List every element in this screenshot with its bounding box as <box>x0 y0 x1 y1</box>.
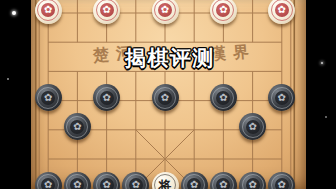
piece-red-hidden-f1r3[interactable]: ✿ <box>35 0 62 24</box>
piece-black-hidden-f7r9[interactable]: ✿ <box>210 172 237 189</box>
dark-rosette-icon: ✿ <box>70 178 84 189</box>
video-artifact-speck <box>12 11 16 15</box>
dark-rosette-icon: ✿ <box>275 178 289 189</box>
piece-black-hidden-f8r7[interactable]: ✿ <box>239 113 266 140</box>
piece-black-hidden-f2r7[interactable]: ✿ <box>64 113 91 140</box>
red-rosette-icon: ✿ <box>41 3 55 17</box>
piece-black-general-f5r9[interactable]: 将 <box>152 172 179 189</box>
piece-black-hidden-f8r9[interactable]: ✿ <box>239 172 266 189</box>
piece-red-hidden-f5r3[interactable]: ✿ <box>152 0 179 24</box>
red-rosette-icon: ✿ <box>100 3 114 17</box>
piece-black-hidden-f4r9[interactable]: ✿ <box>122 172 149 189</box>
dark-rosette-icon: ✿ <box>100 178 114 189</box>
dark-rosette-icon: ✿ <box>158 91 172 105</box>
piece-black-hidden-f3r9[interactable]: ✿ <box>93 172 120 189</box>
dark-rosette-icon: ✿ <box>246 178 260 189</box>
video-artifact-speck <box>325 116 327 118</box>
piece-black-hidden-f5r6[interactable]: ✿ <box>152 84 179 111</box>
red-rosette-icon: ✿ <box>216 3 230 17</box>
piece-red-hidden-f9r3[interactable]: ✿ <box>268 0 295 24</box>
pieces-layer: ✿✿✿✿✿✿✿✿✿✿✿✿✿✿✿✿将✿✿✿✿ <box>34 0 297 189</box>
dark-rosette-icon: ✿ <box>100 91 114 105</box>
piece-black-hidden-f2r9[interactable]: ✿ <box>64 172 91 189</box>
black-general-glyph: 将 <box>159 179 172 189</box>
caption-overlay: 揭棋评测 <box>125 44 215 72</box>
video-artifact-speck <box>321 62 323 64</box>
dark-rosette-icon: ✿ <box>41 178 55 189</box>
video-frame: 楚河 漢界 ✿✿✿✿✿✿✿✿✿✿✿✿✿✿✿✿将✿✿✿✿ 揭棋评测 <box>0 0 336 189</box>
xiangqi-board[interactable]: 楚河 漢界 ✿✿✿✿✿✿✿✿✿✿✿✿✿✿✿✿将✿✿✿✿ <box>31 0 306 189</box>
piece-black-hidden-f1r9[interactable]: ✿ <box>35 172 62 189</box>
dark-rosette-icon: ✿ <box>216 178 230 189</box>
dark-rosette-icon: ✿ <box>41 91 55 105</box>
red-rosette-icon: ✿ <box>275 3 289 17</box>
dark-rosette-icon: ✿ <box>275 91 289 105</box>
piece-black-hidden-f3r6[interactable]: ✿ <box>93 84 120 111</box>
dark-rosette-icon: ✿ <box>187 178 201 189</box>
red-rosette-icon: ✿ <box>158 3 172 17</box>
piece-black-hidden-f6r9[interactable]: ✿ <box>181 172 208 189</box>
piece-red-hidden-f7r3[interactable]: ✿ <box>210 0 237 24</box>
piece-black-hidden-f9r9[interactable]: ✿ <box>268 172 295 189</box>
piece-black-hidden-f1r6[interactable]: ✿ <box>35 84 62 111</box>
dark-rosette-icon: ✿ <box>246 120 260 134</box>
video-artifact-speck <box>7 78 9 80</box>
dark-rosette-icon: ✿ <box>70 120 84 134</box>
piece-black-hidden-f7r6[interactable]: ✿ <box>210 84 237 111</box>
dark-rosette-icon: ✿ <box>129 178 143 189</box>
dark-rosette-icon: ✿ <box>216 91 230 105</box>
piece-black-hidden-f9r6[interactable]: ✿ <box>268 84 295 111</box>
piece-red-hidden-f3r3[interactable]: ✿ <box>93 0 120 24</box>
